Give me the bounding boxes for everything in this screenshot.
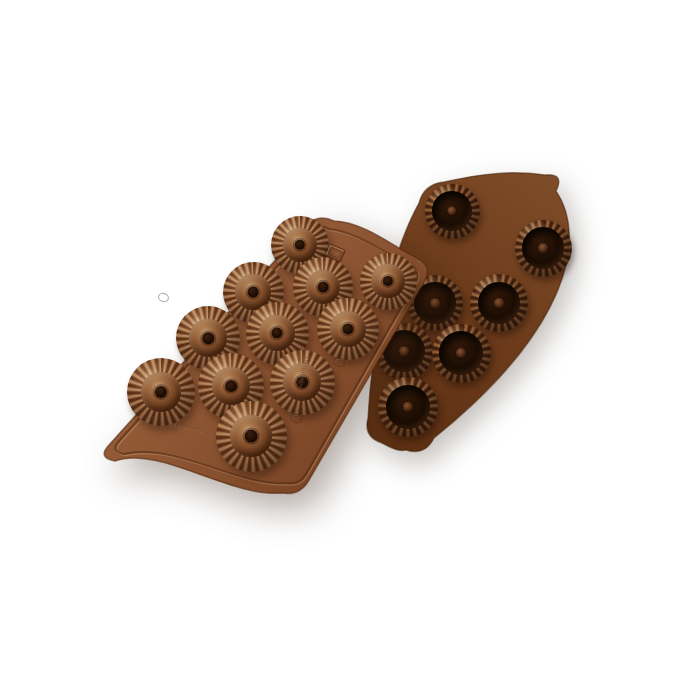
front-mold-tray xyxy=(0,0,680,680)
product-photo: silikomart silikomart xyxy=(0,0,680,680)
